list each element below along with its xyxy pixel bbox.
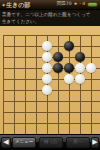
black-stone <box>64 41 74 51</box>
black-stone <box>75 52 85 62</box>
instruction-line2: 生きてください。 <box>2 18 100 25</box>
grid-line <box>80 35 81 135</box>
prev-arrow-icon: ◀ <box>3 139 8 146</box>
white-stone <box>64 74 74 84</box>
black-stone <box>53 63 63 73</box>
grid-line <box>36 35 37 135</box>
menu-button-label: メニュー <box>15 140 34 145</box>
problem-number: 問題70 <box>57 2 72 7</box>
undo-button[interactable]: 待った <box>39 137 63 148</box>
title-bar: ◆ 生きの部 問題70 ★・4 <box>0 0 100 10</box>
white-stone <box>42 52 52 62</box>
black-stone <box>53 52 63 62</box>
undo-button-label: 待った <box>44 140 58 145</box>
black-stone <box>64 63 74 73</box>
white-stone <box>42 74 52 84</box>
grid-line <box>3 101 100 102</box>
go-board[interactable] <box>0 26 100 135</box>
grid-line <box>25 35 26 135</box>
status-badge[interactable] <box>87 2 98 7</box>
diamond-icon: ◆ <box>2 3 5 7</box>
white-stone <box>86 63 96 73</box>
next-arrow-icon: ▶ <box>92 139 97 146</box>
instruction-panel: 黒番です。二つ以上の離れた眼をつくって 生きてください。 <box>0 10 100 26</box>
white-stone <box>75 74 85 84</box>
difficulty-stars: ★・4 <box>74 2 85 7</box>
menu-button[interactable]: メニュー <box>12 137 36 148</box>
bottom-toolbar: ◀ メニュー 待った 次へ ▶ <box>0 134 100 150</box>
grid-line <box>3 112 100 113</box>
instruction-line1: 黒番です。二つ以上の離れた眼をつくって <box>2 11 100 18</box>
next-button-label: 次へ <box>73 140 82 145</box>
page-title: 生きの部 <box>6 2 30 8</box>
forward-button[interactable]: ▶ <box>91 137 99 148</box>
grid-line <box>58 35 59 135</box>
white-stone <box>75 63 85 73</box>
white-stone <box>42 85 52 95</box>
prev-button[interactable]: ◀ <box>1 137 11 148</box>
grid-line <box>91 35 92 135</box>
next-button[interactable]: 次へ <box>66 137 90 148</box>
app-screen: ◆ 生きの部 問題70 ★・4 黒番です。二つ以上の離れた眼をつくって 生きてく… <box>0 0 100 150</box>
grid-line <box>3 35 4 135</box>
white-stone <box>42 41 52 51</box>
grid-line <box>3 35 100 36</box>
grid-line <box>14 35 15 135</box>
white-stone <box>42 63 52 73</box>
grid-line <box>3 123 100 124</box>
